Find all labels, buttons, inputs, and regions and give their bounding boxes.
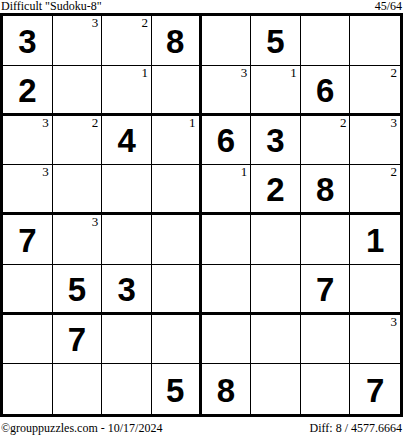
pencil-mark: 3 bbox=[241, 66, 248, 80]
cell-value: 7 bbox=[366, 372, 384, 407]
cell-value: 7 bbox=[18, 222, 36, 257]
page-footer: ©grouppuzzles.com - 10/17/2024 Diff: 8 /… bbox=[1, 421, 402, 435]
cell-r1c4[interactable]: 8 bbox=[152, 16, 202, 66]
cell-r4c8[interactable]: 2 bbox=[350, 165, 400, 215]
empty-count: 45/64 bbox=[375, 0, 402, 13]
cell-r6c3[interactable]: 3 bbox=[102, 265, 152, 315]
pencil-mark: 3 bbox=[391, 116, 398, 130]
cell-r5c1[interactable]: 7 bbox=[3, 215, 53, 265]
cell-value: 3 bbox=[117, 271, 135, 306]
cell-r2c1[interactable]: 2 bbox=[3, 66, 53, 116]
cell-r6c5[interactable] bbox=[202, 265, 252, 315]
cell-value: 6 bbox=[316, 72, 334, 107]
cell-r3c4[interactable]: 1 bbox=[152, 116, 202, 166]
cell-r7c7[interactable] bbox=[301, 315, 351, 365]
cell-r4c3[interactable] bbox=[102, 165, 152, 215]
cell-r7c8[interactable]: 3 bbox=[350, 315, 400, 365]
cell-r8c7[interactable] bbox=[301, 364, 351, 414]
page-header: Difficult "Sudoku-8" 45/64 bbox=[1, 0, 402, 13]
cell-r7c5[interactable] bbox=[202, 315, 252, 365]
cell-value: 5 bbox=[266, 23, 284, 58]
pencil-mark: 3 bbox=[92, 215, 99, 229]
cell-value: 3 bbox=[266, 122, 284, 157]
cell-r5c4[interactable] bbox=[152, 215, 202, 265]
cell-r2c7[interactable]: 6 bbox=[301, 66, 351, 116]
cell-value: 2 bbox=[18, 72, 36, 107]
cell-r4c1[interactable]: 3 bbox=[3, 165, 53, 215]
cell-r2c6[interactable]: 1 bbox=[251, 66, 301, 116]
cell-r4c5[interactable]: 1 bbox=[202, 165, 252, 215]
cell-r3c1[interactable]: 3 bbox=[3, 116, 53, 166]
cell-r2c3[interactable]: 1 bbox=[102, 66, 152, 116]
cell-r8c3[interactable] bbox=[102, 364, 152, 414]
cell-r4c7[interactable]: 8 bbox=[301, 165, 351, 215]
pencil-mark: 1 bbox=[141, 66, 148, 80]
cell-r4c2[interactable] bbox=[53, 165, 103, 215]
cell-r1c1[interactable]: 3 bbox=[3, 16, 53, 66]
pencil-mark: 3 bbox=[391, 315, 398, 329]
sudoku-page: Difficult "Sudoku-8" 45/64 3328521316232… bbox=[0, 0, 403, 437]
pencil-mark: 3 bbox=[42, 116, 49, 130]
cell-value: 8 bbox=[316, 171, 334, 206]
cell-value: 8 bbox=[166, 23, 184, 58]
cell-r3c3[interactable]: 4 bbox=[102, 116, 152, 166]
cell-r7c1[interactable] bbox=[3, 315, 53, 365]
cell-r2c4[interactable] bbox=[152, 66, 202, 116]
pencil-mark: 2 bbox=[391, 165, 398, 179]
copyright-text: ©grouppuzzles.com - 10/17/2024 bbox=[1, 421, 162, 435]
cell-r8c6[interactable] bbox=[251, 364, 301, 414]
cell-r1c8[interactable] bbox=[350, 16, 400, 66]
pencil-mark: 2 bbox=[391, 66, 398, 80]
pencil-mark: 1 bbox=[290, 66, 297, 80]
pencil-mark: 2 bbox=[92, 116, 99, 130]
pencil-mark: 1 bbox=[241, 165, 248, 179]
cell-r4c6[interactable]: 2 bbox=[251, 165, 301, 215]
cell-value: 6 bbox=[217, 122, 235, 157]
cell-r5c2[interactable]: 3 bbox=[53, 215, 103, 265]
cell-r6c1[interactable] bbox=[3, 265, 53, 315]
cell-r5c7[interactable] bbox=[301, 215, 351, 265]
pencil-mark: 1 bbox=[189, 116, 196, 130]
cell-r2c5[interactable]: 3 bbox=[202, 66, 252, 116]
cell-r8c2[interactable] bbox=[53, 364, 103, 414]
cell-r6c8[interactable] bbox=[350, 265, 400, 315]
cell-r5c5[interactable] bbox=[202, 215, 252, 265]
cell-r1c5[interactable] bbox=[202, 16, 252, 66]
cell-value: 8 bbox=[217, 372, 235, 407]
cell-r8c5[interactable]: 8 bbox=[202, 364, 252, 414]
cell-value: 7 bbox=[68, 321, 86, 356]
cell-value: 5 bbox=[68, 271, 86, 306]
cell-r5c3[interactable] bbox=[102, 215, 152, 265]
cell-r6c4[interactable] bbox=[152, 265, 202, 315]
puzzle-title: Difficult "Sudoku-8" bbox=[1, 0, 102, 13]
cell-r2c8[interactable]: 2 bbox=[350, 66, 400, 116]
pencil-mark: 2 bbox=[141, 16, 148, 30]
cell-value: 3 bbox=[18, 23, 36, 58]
cell-r4c4[interactable] bbox=[152, 165, 202, 215]
cell-r5c8[interactable]: 1 bbox=[350, 215, 400, 265]
cell-r1c6[interactable]: 5 bbox=[251, 16, 301, 66]
cell-r8c1[interactable] bbox=[3, 364, 53, 414]
cell-r2c2[interactable] bbox=[53, 66, 103, 116]
cell-r8c4[interactable]: 5 bbox=[152, 364, 202, 414]
pencil-mark: 3 bbox=[92, 16, 99, 30]
cell-r3c6[interactable]: 3 bbox=[251, 116, 301, 166]
pencil-mark: 2 bbox=[340, 116, 347, 130]
difficulty-text: Diff: 8 / 4577.6664 bbox=[310, 421, 402, 435]
cell-r7c2[interactable]: 7 bbox=[53, 315, 103, 365]
pencil-mark: 3 bbox=[42, 165, 49, 179]
cell-r7c4[interactable] bbox=[152, 315, 202, 365]
cell-r1c3[interactable]: 2 bbox=[102, 16, 152, 66]
cell-value: 7 bbox=[316, 271, 334, 306]
cell-r5c6[interactable] bbox=[251, 215, 301, 265]
cell-r6c6[interactable] bbox=[251, 265, 301, 315]
cell-r1c7[interactable] bbox=[301, 16, 351, 66]
cell-value: 5 bbox=[166, 372, 184, 407]
cell-r3c8[interactable]: 3 bbox=[350, 116, 400, 166]
cell-r8c8[interactable]: 7 bbox=[350, 364, 400, 414]
cell-value: 1 bbox=[366, 222, 384, 257]
sudoku-board: 33285213162324163233128273153773587 bbox=[0, 13, 403, 417]
cell-value: 2 bbox=[266, 171, 284, 206]
cell-r1c2[interactable]: 3 bbox=[53, 16, 103, 66]
cell-r6c2[interactable]: 5 bbox=[53, 265, 103, 315]
cell-r3c7[interactable]: 2 bbox=[301, 116, 351, 166]
cell-r7c3[interactable] bbox=[102, 315, 152, 365]
cell-r6c7[interactable]: 7 bbox=[301, 265, 351, 315]
cell-r7c6[interactable] bbox=[251, 315, 301, 365]
cell-r3c5[interactable]: 6 bbox=[202, 116, 252, 166]
cell-value: 4 bbox=[117, 122, 135, 157]
cell-r3c2[interactable]: 2 bbox=[53, 116, 103, 166]
